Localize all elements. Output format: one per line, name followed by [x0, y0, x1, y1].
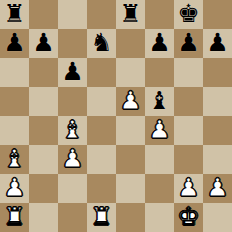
white-pawn-piece: ♟ — [203, 174, 232, 203]
square-h8[interactable] — [203, 0, 232, 29]
white-rook-piece: ♜ — [87, 203, 116, 232]
square-c8[interactable] — [58, 0, 87, 29]
black-king-piece: ♚ — [174, 0, 203, 29]
square-g7[interactable]: ♟ — [174, 29, 203, 58]
square-f1[interactable] — [145, 203, 174, 232]
black-rook-piece: ♜ — [116, 0, 145, 29]
black-pawn-piece: ♟ — [145, 29, 174, 58]
square-d1[interactable]: ♜ — [87, 203, 116, 232]
square-f7[interactable]: ♟ — [145, 29, 174, 58]
square-b2[interactable] — [29, 174, 58, 203]
square-h3[interactable] — [203, 145, 232, 174]
square-b4[interactable] — [29, 116, 58, 145]
square-a8[interactable]: ♜ — [0, 0, 29, 29]
black-pawn-piece: ♟ — [58, 58, 87, 87]
square-f2[interactable] — [145, 174, 174, 203]
square-c3[interactable]: ♟ — [58, 145, 87, 174]
square-a7[interactable]: ♟ — [0, 29, 29, 58]
square-g1[interactable]: ♚ — [174, 203, 203, 232]
square-e8[interactable]: ♜ — [116, 0, 145, 29]
square-f4[interactable]: ♟ — [145, 116, 174, 145]
square-b1[interactable] — [29, 203, 58, 232]
square-a2[interactable]: ♟ — [0, 174, 29, 203]
black-bishop-piece: ♝ — [145, 87, 174, 116]
square-d5[interactable] — [87, 87, 116, 116]
square-g6[interactable] — [174, 58, 203, 87]
black-pawn-piece: ♟ — [203, 29, 232, 58]
square-f3[interactable] — [145, 145, 174, 174]
square-c5[interactable] — [58, 87, 87, 116]
square-g8[interactable]: ♚ — [174, 0, 203, 29]
white-bishop-piece: ♝ — [58, 116, 87, 145]
square-h7[interactable]: ♟ — [203, 29, 232, 58]
square-a5[interactable] — [0, 87, 29, 116]
square-b5[interactable] — [29, 87, 58, 116]
square-d7[interactable]: ♞ — [87, 29, 116, 58]
black-rook-piece: ♜ — [0, 0, 29, 29]
square-b6[interactable] — [29, 58, 58, 87]
square-h5[interactable] — [203, 87, 232, 116]
white-bishop-piece: ♝ — [0, 145, 29, 174]
square-h2[interactable]: ♟ — [203, 174, 232, 203]
chess-board: ♜♜♚♟♟♞♟♟♟♟♟♝♝♟♝♟♟♟♟♜♜♚ — [0, 0, 232, 232]
square-e6[interactable] — [116, 58, 145, 87]
square-h4[interactable] — [203, 116, 232, 145]
white-pawn-piece: ♟ — [0, 174, 29, 203]
white-pawn-piece: ♟ — [58, 145, 87, 174]
square-d8[interactable] — [87, 0, 116, 29]
square-c6[interactable]: ♟ — [58, 58, 87, 87]
square-a6[interactable] — [0, 58, 29, 87]
square-d6[interactable] — [87, 58, 116, 87]
square-g2[interactable]: ♟ — [174, 174, 203, 203]
square-f6[interactable] — [145, 58, 174, 87]
square-b7[interactable]: ♟ — [29, 29, 58, 58]
square-g3[interactable] — [174, 145, 203, 174]
black-knight-piece: ♞ — [87, 29, 116, 58]
black-pawn-piece: ♟ — [174, 29, 203, 58]
square-g4[interactable] — [174, 116, 203, 145]
square-h1[interactable] — [203, 203, 232, 232]
square-g5[interactable] — [174, 87, 203, 116]
square-e2[interactable] — [116, 174, 145, 203]
square-c7[interactable] — [58, 29, 87, 58]
square-e7[interactable] — [116, 29, 145, 58]
square-e3[interactable] — [116, 145, 145, 174]
square-a1[interactable]: ♜ — [0, 203, 29, 232]
square-f5[interactable]: ♝ — [145, 87, 174, 116]
square-a4[interactable] — [0, 116, 29, 145]
white-rook-piece: ♜ — [0, 203, 29, 232]
square-h6[interactable] — [203, 58, 232, 87]
square-e1[interactable] — [116, 203, 145, 232]
square-b8[interactable] — [29, 0, 58, 29]
square-c2[interactable] — [58, 174, 87, 203]
white-pawn-piece: ♟ — [145, 116, 174, 145]
square-c4[interactable]: ♝ — [58, 116, 87, 145]
square-d4[interactable] — [87, 116, 116, 145]
square-e4[interactable] — [116, 116, 145, 145]
square-a3[interactable]: ♝ — [0, 145, 29, 174]
square-f8[interactable] — [145, 0, 174, 29]
black-pawn-piece: ♟ — [29, 29, 58, 58]
square-d3[interactable] — [87, 145, 116, 174]
white-pawn-piece: ♟ — [116, 87, 145, 116]
white-pawn-piece: ♟ — [174, 174, 203, 203]
square-b3[interactable] — [29, 145, 58, 174]
square-c1[interactable] — [58, 203, 87, 232]
square-e5[interactable]: ♟ — [116, 87, 145, 116]
white-king-piece: ♚ — [174, 203, 203, 232]
square-d2[interactable] — [87, 174, 116, 203]
black-pawn-piece: ♟ — [0, 29, 29, 58]
